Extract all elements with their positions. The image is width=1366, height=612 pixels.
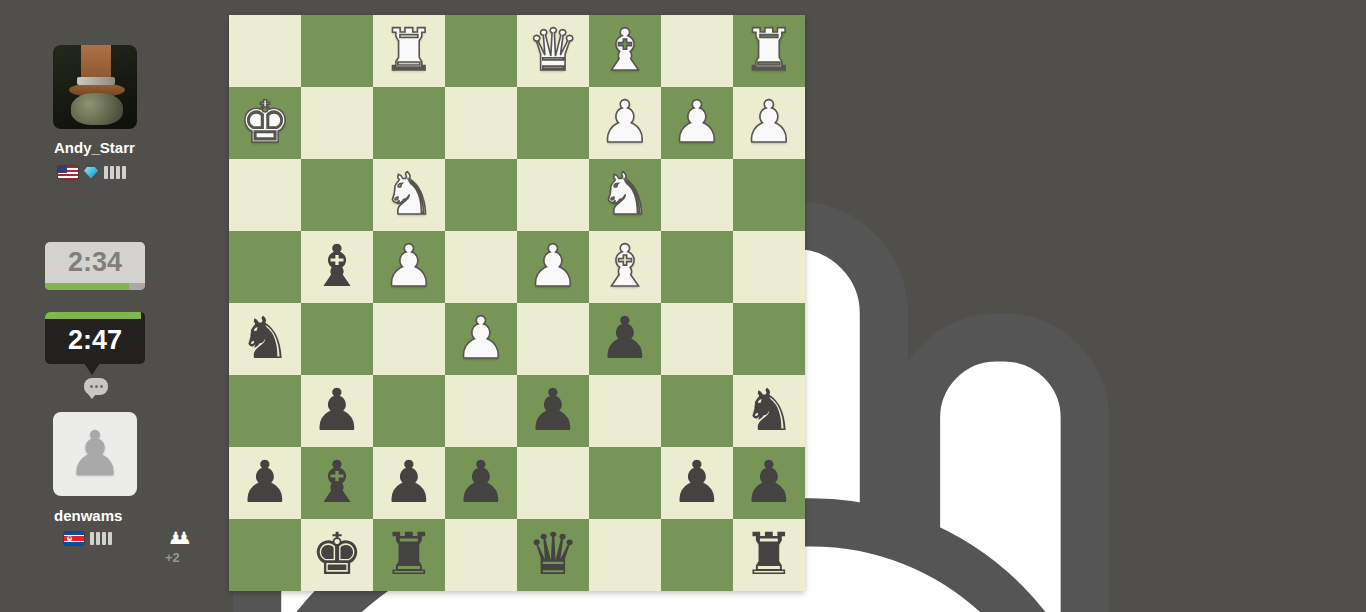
board-square[interactable]	[229, 375, 301, 447]
top-clock-time: 2:34	[45, 242, 145, 283]
white-p-piece[interactable]: ♟	[661, 87, 733, 157]
board-square[interactable]	[517, 303, 589, 375]
board-square[interactable]	[733, 159, 805, 231]
avatar-top-player[interactable]	[53, 45, 137, 129]
black-b-piece[interactable]: ♝	[301, 231, 373, 301]
black-p-piece[interactable]: ♟	[733, 447, 805, 517]
board-square[interactable]: ♜	[373, 15, 445, 87]
white-p-piece[interactable]: ♟	[373, 231, 445, 301]
black-r-piece[interactable]: ♜	[733, 519, 805, 589]
clock-bubble-tail	[84, 363, 100, 375]
white-b-piece[interactable]: ♝	[589, 231, 661, 301]
board-square[interactable]: ♜	[373, 519, 445, 591]
board-square[interactable]	[373, 303, 445, 375]
us-flag-icon	[58, 166, 78, 179]
connection-bars-icon	[104, 166, 126, 179]
board-square[interactable]	[589, 375, 661, 447]
board-square[interactable]: ♛	[517, 15, 589, 87]
board-square[interactable]: ♟	[445, 303, 517, 375]
white-p-piece[interactable]: ♟	[733, 87, 805, 157]
board-square[interactable]	[445, 375, 517, 447]
board-square[interactable]	[373, 375, 445, 447]
board-square[interactable]: ♟	[229, 447, 301, 519]
board-square[interactable]	[229, 231, 301, 303]
bottom-player-badges: ★	[64, 532, 112, 545]
white-q-piece[interactable]: ♛	[517, 15, 589, 85]
white-k-piece[interactable]: ♚	[229, 87, 301, 157]
board-square[interactable]: ♟	[733, 447, 805, 519]
board-square[interactable]	[301, 15, 373, 87]
board-square[interactable]	[301, 87, 373, 159]
board-square[interactable]	[445, 15, 517, 87]
black-b-piece[interactable]: ♝	[301, 447, 373, 517]
black-q-piece[interactable]: ♛	[517, 519, 589, 589]
bottom-clock-time: 2:47	[45, 319, 145, 362]
premium-diamond-icon	[84, 167, 98, 179]
board-square[interactable]: ♟	[733, 87, 805, 159]
board-square[interactable]: ♟	[661, 87, 733, 159]
top-player-name[interactable]: Andy_Starr	[54, 139, 135, 156]
black-k-piece[interactable]: ♚	[301, 519, 373, 589]
board-square[interactable]	[445, 231, 517, 303]
avatar-photo-shape	[77, 77, 115, 85]
bottom-player-name[interactable]: denwams	[54, 507, 122, 524]
white-n-piece[interactable]: ♞	[589, 159, 661, 229]
board-square[interactable]: ♚	[301, 519, 373, 591]
board-square[interactable]: ♟	[517, 231, 589, 303]
black-p-piece[interactable]: ♟	[445, 447, 517, 517]
avatar-photo-shape	[81, 45, 111, 81]
board-square[interactable]	[589, 519, 661, 591]
black-p-piece[interactable]: ♟	[661, 447, 733, 517]
board-square[interactable]	[661, 159, 733, 231]
top-player-clock: 2:34	[45, 242, 145, 290]
spectators-indicator[interactable]: ♟♟ +2	[168, 528, 183, 565]
black-r-piece[interactable]: ♜	[373, 519, 445, 589]
black-p-piece[interactable]: ♟	[517, 375, 589, 445]
board-square[interactable]	[661, 15, 733, 87]
black-p-piece[interactable]: ♟	[301, 375, 373, 445]
board-square[interactable]: ♟	[589, 303, 661, 375]
board-square[interactable]	[661, 519, 733, 591]
avatar-bottom-player[interactable]: ♟	[53, 412, 137, 496]
black-n-piece[interactable]: ♞	[229, 303, 301, 373]
north-korea-flag-icon: ★	[64, 532, 84, 545]
chess-board[interactable]: ♜♛♝♜♚♟♟♟♞♞♝♟♟♝♞♟♟♟♟♞♟♝♟♟♟♟♚♜♛♜	[229, 15, 805, 591]
spectators-count: +2	[162, 550, 183, 565]
board-square[interactable]: ♞	[733, 375, 805, 447]
board-square[interactable]: ♜	[733, 519, 805, 591]
white-r-piece[interactable]: ♜	[373, 15, 445, 85]
board-square[interactable]	[517, 159, 589, 231]
avatar-photo-shape	[71, 93, 123, 125]
board-square[interactable]	[445, 519, 517, 591]
board-square[interactable]: ♟	[517, 375, 589, 447]
white-b-piece[interactable]: ♝	[589, 15, 661, 85]
white-p-piece[interactable]: ♟	[517, 231, 589, 301]
white-p-piece[interactable]: ♟	[445, 303, 517, 373]
white-n-piece[interactable]: ♞	[373, 159, 445, 229]
connection-bars-icon	[90, 532, 112, 545]
black-n-piece[interactable]: ♞	[733, 375, 805, 445]
board-square[interactable]: ♝	[301, 231, 373, 303]
board-square[interactable]: ♞	[373, 159, 445, 231]
bottom-clock-progress	[45, 312, 145, 319]
board-square[interactable]	[517, 447, 589, 519]
board-square[interactable]: ♞	[229, 303, 301, 375]
left-sidebar: Andy_Starr 2:34 2:47 ♟ denwams ★ ♟♟ +2	[0, 0, 229, 612]
board-square[interactable]	[301, 159, 373, 231]
black-p-piece[interactable]: ♟	[229, 447, 301, 517]
board-square[interactable]: ♛	[517, 519, 589, 591]
top-player-badges	[58, 166, 126, 179]
board-square[interactable]: ♟	[445, 447, 517, 519]
board-square[interactable]: ♝	[589, 15, 661, 87]
board-square[interactable]	[229, 159, 301, 231]
board-square[interactable]	[229, 519, 301, 591]
board-square[interactable]	[661, 231, 733, 303]
board-square[interactable]	[373, 87, 445, 159]
board-square[interactable]	[301, 303, 373, 375]
board-square[interactable]	[445, 159, 517, 231]
board-square[interactable]	[445, 87, 517, 159]
board-square[interactable]: ♟	[301, 375, 373, 447]
board-square[interactable]: ♞	[589, 159, 661, 231]
white-p-piece[interactable]: ♟	[589, 87, 661, 157]
black-p-piece[interactable]: ♟	[589, 303, 661, 373]
chat-typing-icon[interactable]	[84, 378, 108, 395]
top-clock-progress	[45, 283, 145, 290]
board-square[interactable]	[517, 87, 589, 159]
board-square[interactable]: ♜	[733, 15, 805, 87]
board-square[interactable]: ♟	[373, 447, 445, 519]
black-p-piece[interactable]: ♟	[373, 447, 445, 517]
board-square[interactable]: ♟	[661, 447, 733, 519]
bottom-player-clock: 2:47	[45, 312, 145, 364]
board-square[interactable]	[733, 231, 805, 303]
board-square[interactable]	[661, 303, 733, 375]
spectators-icon: ♟♟	[168, 528, 183, 548]
white-r-piece[interactable]: ♜	[733, 15, 805, 85]
board-square[interactable]: ♚	[229, 87, 301, 159]
board-square[interactable]: ♝	[301, 447, 373, 519]
board-square[interactable]: ♝	[589, 231, 661, 303]
board-square[interactable]	[589, 447, 661, 519]
board-square[interactable]	[229, 15, 301, 87]
board-square[interactable]	[733, 303, 805, 375]
board-square[interactable]	[661, 375, 733, 447]
board-square[interactable]: ♟	[373, 231, 445, 303]
board-square[interactable]: ♟	[589, 87, 661, 159]
default-pawn-avatar-icon: ♟	[67, 412, 123, 496]
